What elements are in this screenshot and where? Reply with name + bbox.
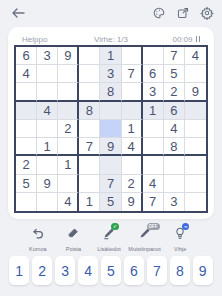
cell-r7c4[interactable] [79, 156, 100, 174]
cell-r5c6[interactable]: 1 [122, 120, 143, 138]
notes-button[interactable]: OFFMuistiinpanot [127, 226, 163, 252]
cell-r3c8[interactable]: 2 [164, 83, 185, 101]
cell-r3c6[interactable] [122, 83, 143, 101]
pause-button[interactable] [196, 36, 201, 42]
cell-r2c7[interactable]: 6 [143, 65, 164, 83]
share-icon[interactable] [176, 6, 190, 20]
cell-r5c2[interactable] [37, 120, 58, 138]
pen-icon: ✓ [102, 226, 116, 244]
undo-label: Kumoa [29, 246, 46, 252]
numpad-key-7[interactable]: 7 [147, 256, 167, 285]
erase-button[interactable]: Poista [56, 226, 92, 252]
cell-r6c5[interactable]: 9 [100, 138, 121, 156]
cell-r8c1[interactable]: 5 [16, 175, 37, 193]
cell-r8c3[interactable] [58, 175, 79, 193]
undo-icon [31, 226, 45, 244]
cell-r7c6[interactable] [122, 156, 143, 174]
details-button[interactable]: ✓Lisätiedot [91, 226, 127, 252]
cell-r2c5[interactable]: 3 [100, 65, 121, 83]
cell-r8c9[interactable] [185, 175, 206, 193]
cell-r2c3[interactable] [58, 65, 79, 83]
cell-r6c7[interactable] [143, 138, 164, 156]
cell-r9c5[interactable]: 5 [100, 193, 121, 211]
cell-r1c6[interactable] [122, 47, 143, 65]
timer-label: 00:09 [172, 35, 192, 44]
erase-label: Poista [66, 246, 81, 252]
numpad-key-4[interactable]: 4 [78, 256, 98, 285]
cell-r3c2[interactable] [37, 83, 58, 101]
cell-r1c1[interactable]: 6 [16, 47, 37, 65]
cell-r3c4[interactable] [79, 83, 100, 101]
cell-r9c2[interactable] [37, 193, 58, 211]
cell-r4c6[interactable] [122, 102, 143, 120]
cell-r6c9[interactable] [185, 138, 206, 156]
cell-r7c7[interactable] [143, 156, 164, 174]
cell-r7c5[interactable] [100, 156, 121, 174]
cell-r6c6[interactable]: 4 [122, 138, 143, 156]
cell-r5c5[interactable] [100, 120, 121, 138]
hint-label: Vihje [174, 246, 186, 252]
cell-r2c9[interactable] [185, 65, 206, 83]
cell-r7c8[interactable] [164, 156, 185, 174]
numpad-key-3[interactable]: 3 [55, 256, 75, 285]
cell-r3c3[interactable] [58, 83, 79, 101]
cell-r6c3[interactable] [58, 138, 79, 156]
cell-r4c5[interactable] [100, 102, 121, 120]
eraser-icon [66, 226, 80, 244]
cell-r5c7[interactable] [143, 120, 164, 138]
details-badge: ✓ [111, 223, 119, 230]
cell-r1c7[interactable] [143, 47, 164, 65]
cell-r1c5[interactable]: 1 [100, 47, 121, 65]
cell-r4c4[interactable]: 8 [79, 102, 100, 120]
cell-r9c4[interactable]: 1 [79, 193, 100, 211]
notes-label: Muistiinpanot [128, 246, 160, 252]
cell-r8c7[interactable]: 4 [143, 175, 164, 193]
hint-button[interactable]: ∞Vihje [162, 226, 198, 252]
cell-r7c9[interactable] [185, 156, 206, 174]
cell-r8c8[interactable] [164, 175, 185, 193]
cell-r9c8[interactable]: 3 [164, 193, 185, 211]
cell-r1c4[interactable] [79, 47, 100, 65]
cell-r1c3[interactable]: 9 [58, 47, 79, 65]
back-arrow-icon[interactable] [10, 5, 26, 21]
numpad-key-2[interactable]: 2 [32, 256, 52, 285]
cell-r9c1[interactable] [16, 193, 37, 211]
cell-r7c1[interactable]: 2 [16, 156, 37, 174]
cell-r2c8[interactable]: 5 [164, 65, 185, 83]
cell-r7c3[interactable]: 1 [58, 156, 79, 174]
cell-r6c2[interactable]: 1 [37, 138, 58, 156]
numpad-key-5[interactable]: 5 [101, 256, 121, 285]
cell-r4c9[interactable] [185, 102, 206, 120]
cell-r6c1[interactable] [16, 138, 37, 156]
cell-r9c9[interactable] [185, 193, 206, 211]
cell-r3c9[interactable]: 9 [185, 83, 206, 101]
undo-button[interactable]: Kumoa [20, 226, 56, 252]
cell-r9c3[interactable]: 4 [58, 193, 79, 211]
cell-r9c7[interactable]: 7 [143, 193, 164, 211]
cell-r3c7[interactable]: 3 [143, 83, 164, 101]
cell-r4c1[interactable] [16, 102, 37, 120]
cell-r3c5[interactable]: 8 [100, 83, 121, 101]
cell-r6c4[interactable]: 7 [79, 138, 100, 156]
numpad-key-6[interactable]: 6 [124, 256, 144, 285]
cell-r8c6[interactable]: 2 [122, 175, 143, 193]
cell-r2c6[interactable]: 7 [122, 65, 143, 83]
cell-r3c1[interactable] [16, 83, 37, 101]
cell-r5c3[interactable]: 2 [58, 120, 79, 138]
bulb-icon: ∞ [173, 226, 187, 244]
cell-r7c2[interactable] [37, 156, 58, 174]
cell-r1c2[interactable]: 3 [37, 47, 58, 65]
theme-palette-icon[interactable] [152, 6, 166, 20]
cell-r6c8[interactable]: 8 [164, 138, 185, 156]
status-row: Helppo Virhe: 1/3 00:09 [22, 33, 200, 45]
cell-r9c6[interactable]: 9 [122, 193, 143, 211]
cell-r5c1[interactable] [16, 120, 37, 138]
pencil-icon: OFF [138, 226, 152, 244]
numpad-key-9[interactable]: 9 [193, 256, 213, 285]
settings-gear-icon[interactable] [200, 6, 214, 20]
hint-badge: ∞ [182, 223, 189, 230]
cell-r4c8[interactable]: 6 [164, 102, 185, 120]
cell-r8c2[interactable]: 9 [37, 175, 58, 193]
notes-badge: OFF [147, 223, 160, 230]
cell-r2c4[interactable] [79, 65, 100, 83]
details-label: Lisätiedot [97, 246, 121, 252]
numpad-key-1[interactable]: 1 [9, 256, 29, 285]
cell-r1c9[interactable]: 4 [185, 47, 206, 65]
cell-r5c4[interactable] [79, 120, 100, 138]
numpad-key-8[interactable]: 8 [170, 256, 190, 285]
top-bar [0, 0, 222, 26]
cell-r8c5[interactable]: 7 [100, 175, 121, 193]
game-card: Helppo Virhe: 1/3 00:09 6391744376583294… [8, 27, 214, 219]
cell-r4c3[interactable] [58, 102, 79, 120]
cell-r1c8[interactable]: 7 [164, 47, 185, 65]
cell-r5c8[interactable]: 4 [164, 120, 185, 138]
numpad: 123456789 [9, 256, 213, 285]
cell-r5c9[interactable] [185, 120, 206, 138]
cell-r2c2[interactable] [37, 65, 58, 83]
cell-r2c1[interactable]: 4 [16, 65, 37, 83]
sudoku-board: 6391744376583294816214179482159724415973 [14, 45, 208, 213]
toolbar: KumoaPoista✓LisätiedotOFFMuistiinpanot∞V… [20, 226, 198, 252]
cell-r8c4[interactable] [79, 175, 100, 193]
cell-r4c7[interactable]: 1 [143, 102, 164, 120]
cell-r4c2[interactable]: 4 [37, 102, 58, 120]
